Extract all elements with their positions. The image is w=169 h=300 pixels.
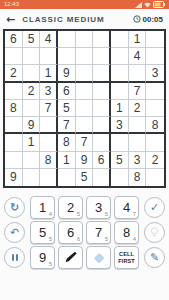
status-time: 12:43 bbox=[4, 0, 19, 9]
sudoku-cell-r7c8[interactable] bbox=[129, 134, 147, 151]
cell-first-button[interactable]: CELL FIRST bbox=[114, 246, 139, 269]
sudoku-cell-r9c4[interactable] bbox=[58, 169, 76, 186]
sudoku-cell-r9c2[interactable] bbox=[23, 169, 41, 186]
digit-value: 6 bbox=[67, 225, 74, 240]
sudoku-cell-r4c5[interactable] bbox=[76, 83, 94, 100]
sudoku-cell-r9c7[interactable] bbox=[111, 169, 129, 186]
sudoku-cell-r4c6[interactable] bbox=[93, 83, 111, 100]
wifi-icon bbox=[144, 2, 151, 8]
digit-value: 8 bbox=[123, 225, 130, 240]
sudoku-cell-r6c4[interactable]: 7 bbox=[58, 117, 76, 134]
sudoku-cell-r8c2[interactable] bbox=[23, 152, 41, 169]
app-screen: 12:43 ← CLASSIC MEDIUM 00:05 65414219323… bbox=[0, 0, 169, 269]
status-bar: 12:43 bbox=[0, 0, 169, 9]
sudoku-cell-r6c5[interactable] bbox=[76, 117, 94, 134]
page-title: CLASSIC MEDIUM bbox=[22, 15, 125, 24]
brush-button[interactable] bbox=[58, 246, 83, 269]
cell-first-label: CELL FIRST bbox=[118, 251, 134, 264]
back-button[interactable]: ← bbox=[6, 13, 15, 26]
sudoku-cell-r5c6[interactable] bbox=[93, 100, 111, 117]
digit-value: 2 bbox=[67, 200, 74, 215]
sudoku-cell-r5c5[interactable] bbox=[76, 100, 94, 117]
digit-9-button[interactable]: 95 bbox=[30, 246, 55, 269]
pencil-button[interactable]: ✎ bbox=[144, 247, 165, 268]
digit-remaining-count: 7 bbox=[133, 211, 136, 217]
sudoku-cell-r7c9[interactable] bbox=[146, 134, 164, 151]
digit-2-button[interactable]: 25 bbox=[58, 196, 83, 219]
sudoku-cell-r8c4[interactable]: 1 bbox=[58, 152, 76, 169]
sudoku-cell-r7c5[interactable]: 7 bbox=[76, 134, 94, 151]
sudoku-cell-r7c2[interactable]: 1 bbox=[23, 134, 41, 151]
digit-value: 9 bbox=[39, 250, 46, 265]
digit-1-button[interactable]: 14 bbox=[30, 196, 55, 219]
sudoku-cell-r6c3[interactable] bbox=[40, 117, 58, 134]
sudoku-cell-r2c3[interactable] bbox=[40, 48, 58, 65]
pad-row-3: 95 CELL FIRST ✎ bbox=[4, 246, 165, 269]
sudoku-cell-r4c3[interactable]: 3 bbox=[40, 83, 58, 100]
sudoku-cell-r2c9[interactable] bbox=[146, 48, 164, 65]
restart-icon: ↻ bbox=[10, 202, 19, 213]
sudoku-cell-r6c7[interactable]: 3 bbox=[111, 117, 129, 134]
sudoku-cell-r9c3[interactable] bbox=[40, 169, 58, 186]
undo-icon: ↶ bbox=[10, 227, 19, 238]
digit-4-button[interactable]: 47 bbox=[114, 196, 139, 219]
digit-remaining-count: 5 bbox=[49, 236, 52, 242]
clock-icon bbox=[133, 15, 141, 23]
pause-icon bbox=[11, 254, 19, 261]
pad-row-1: ↻ 14253547 ✓ bbox=[4, 196, 165, 219]
sudoku-cell-r2c1[interactable] bbox=[5, 48, 23, 65]
sudoku-cell-r3c9[interactable]: 3 bbox=[146, 65, 164, 82]
restart-button[interactable]: ↻ bbox=[4, 197, 25, 218]
sudoku-cell-r2c8[interactable]: 4 bbox=[129, 48, 147, 65]
sudoku-cell-r6c2[interactable]: 9 bbox=[23, 117, 41, 134]
pause-button[interactable] bbox=[4, 247, 25, 268]
sudoku-cell-r4c8[interactable]: 7 bbox=[129, 83, 147, 100]
sudoku-cell-r1c6[interactable] bbox=[93, 31, 111, 48]
check-button[interactable]: ✓ bbox=[144, 197, 165, 218]
sudoku-cell-r3c3[interactable]: 1 bbox=[40, 65, 58, 82]
sudoku-cell-r8c1[interactable] bbox=[5, 152, 23, 169]
sudoku-cell-r3c1[interactable]: 2 bbox=[5, 65, 23, 82]
sudoku-cell-r2c7[interactable] bbox=[111, 48, 129, 65]
digit-value: 1 bbox=[39, 200, 46, 215]
brush-icon bbox=[64, 251, 77, 264]
hint-button[interactable] bbox=[144, 222, 165, 243]
battery-icon bbox=[153, 1, 165, 8]
sudoku-cell-r2c6[interactable] bbox=[93, 48, 111, 65]
sudoku-cell-r7c6[interactable] bbox=[93, 134, 111, 151]
sudoku-cell-r1c9[interactable] bbox=[146, 31, 164, 48]
sudoku-cell-r9c8[interactable]: 8 bbox=[129, 169, 147, 186]
sudoku-cell-r1c5[interactable] bbox=[76, 31, 94, 48]
eraser-button[interactable] bbox=[86, 246, 111, 269]
sudoku-cell-r1c1[interactable]: 6 bbox=[5, 31, 23, 48]
digit-5-button[interactable]: 55 bbox=[30, 221, 55, 244]
sudoku-cell-r8c6[interactable]: 6 bbox=[93, 152, 111, 169]
sudoku-cell-r7c7[interactable] bbox=[111, 134, 129, 151]
digit-group-2: 55667584 bbox=[30, 221, 139, 244]
pad-row-2: ↶ 55667584 bbox=[4, 221, 165, 244]
sudoku-cell-r9c6[interactable] bbox=[93, 169, 111, 186]
sudoku-cell-r2c5[interactable] bbox=[76, 48, 94, 65]
sudoku-cell-r3c2[interactable] bbox=[23, 65, 41, 82]
timer: 00:05 bbox=[133, 15, 163, 24]
digit-value: 3 bbox=[95, 200, 102, 215]
digit-3-button[interactable]: 35 bbox=[86, 196, 111, 219]
pencil-icon: ✎ bbox=[150, 252, 159, 263]
sudoku-cell-r1c7[interactable] bbox=[111, 31, 129, 48]
header: ← CLASSIC MEDIUM 00:05 bbox=[0, 9, 169, 29]
sudoku-cell-r5c2[interactable] bbox=[23, 100, 41, 117]
sudoku-cell-r1c2[interactable]: 5 bbox=[23, 31, 41, 48]
sudoku-cell-r8c5[interactable]: 9 bbox=[76, 152, 94, 169]
sudoku-cell-r3c4[interactable]: 9 bbox=[58, 65, 76, 82]
sudoku-cell-r3c5[interactable] bbox=[76, 65, 94, 82]
timer-value: 00:05 bbox=[143, 15, 163, 24]
sudoku-cell-r1c3[interactable]: 4 bbox=[40, 31, 58, 48]
sudoku-cell-r7c1[interactable] bbox=[5, 134, 23, 151]
sudoku-cell-r9c5[interactable]: 5 bbox=[76, 169, 94, 186]
sudoku-cell-r8c7[interactable]: 5 bbox=[111, 152, 129, 169]
status-icons bbox=[135, 1, 165, 8]
sudoku-cell-r8c8[interactable]: 3 bbox=[129, 152, 147, 169]
sudoku-cell-r3c6[interactable] bbox=[93, 65, 111, 82]
sudoku-cell-r3c8[interactable] bbox=[129, 65, 147, 82]
sudoku-cell-r6c1[interactable] bbox=[5, 117, 23, 134]
sudoku-cell-r9c9[interactable] bbox=[146, 169, 164, 186]
digit-remaining-count: 4 bbox=[49, 211, 52, 217]
digit-7-button[interactable]: 75 bbox=[86, 221, 111, 244]
sudoku-cell-r4c1[interactable] bbox=[5, 83, 23, 100]
sudoku-cell-r2c4[interactable] bbox=[58, 48, 76, 65]
sudoku-cell-r8c9[interactable]: 2 bbox=[146, 152, 164, 169]
number-pad: ↻ 14253547 ✓ ↶ 55667584 95 bbox=[4, 196, 165, 269]
sudoku-cell-r8c3[interactable]: 8 bbox=[40, 152, 58, 169]
sudoku-cell-r5c4[interactable]: 5 bbox=[58, 100, 76, 117]
digit-6-button[interactable]: 66 bbox=[58, 221, 83, 244]
digit-remaining-count: 4 bbox=[133, 236, 136, 242]
sudoku-cell-r5c3[interactable]: 7 bbox=[40, 100, 58, 117]
check-icon: ✓ bbox=[150, 202, 159, 213]
sudoku-cell-r7c3[interactable] bbox=[40, 134, 58, 151]
sudoku-cell-r5c7[interactable]: 1 bbox=[111, 100, 129, 117]
digit-group-1: 14253547 bbox=[30, 196, 139, 219]
sudoku-cell-r1c4[interactable] bbox=[58, 31, 76, 48]
sudoku-cell-r6c8[interactable] bbox=[129, 117, 147, 134]
sudoku-cell-r3c7[interactable] bbox=[111, 65, 129, 82]
digit-group-3: 95 CELL FIRST bbox=[30, 246, 139, 269]
digit-remaining-count: 5 bbox=[77, 211, 80, 217]
signal-icon bbox=[135, 2, 142, 8]
sudoku-cell-r7c4[interactable]: 8 bbox=[58, 134, 76, 151]
sudoku-cell-r2c2[interactable] bbox=[23, 48, 41, 65]
digit-value: 7 bbox=[95, 225, 102, 240]
digit-remaining-count: 5 bbox=[105, 211, 108, 217]
digit-remaining-count: 5 bbox=[105, 236, 108, 242]
sudoku-cell-r6c6[interactable] bbox=[93, 117, 111, 134]
digit-value: 4 bbox=[123, 200, 130, 215]
digit-remaining-count: 5 bbox=[49, 261, 52, 267]
sudoku-cell-r9c1[interactable]: 9 bbox=[5, 169, 23, 186]
sudoku-cell-r4c2[interactable]: 2 bbox=[23, 83, 41, 100]
sudoku-cell-r4c9[interactable] bbox=[146, 83, 164, 100]
sudoku-cell-r5c8[interactable]: 2 bbox=[129, 100, 147, 117]
sudoku-cell-r4c7[interactable] bbox=[111, 83, 129, 100]
digit-remaining-count: 6 bbox=[77, 236, 80, 242]
sudoku-cell-r4c4[interactable]: 6 bbox=[58, 83, 76, 100]
sudoku-cell-r5c1[interactable]: 8 bbox=[5, 100, 23, 117]
sudoku-board: 65414219323678751297381878196532958 bbox=[3, 29, 166, 188]
sudoku-cell-r6c9[interactable]: 8 bbox=[146, 117, 164, 134]
eraser-icon bbox=[92, 251, 106, 265]
lightbulb-icon bbox=[150, 227, 159, 238]
sudoku-cell-r5c9[interactable] bbox=[146, 100, 164, 117]
digit-8-button[interactable]: 84 bbox=[114, 221, 139, 244]
digit-value: 5 bbox=[39, 225, 46, 240]
undo-button[interactable]: ↶ bbox=[4, 222, 25, 243]
sudoku-cell-r1c8[interactable]: 1 bbox=[129, 31, 147, 48]
